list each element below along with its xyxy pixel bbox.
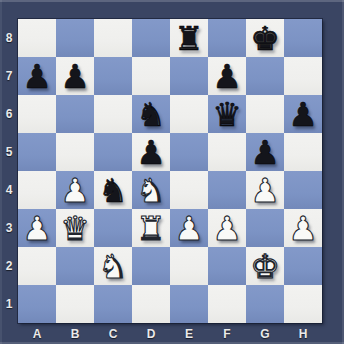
- rank-label-7: 7: [0, 57, 18, 95]
- file-label-c: C: [94, 323, 132, 344]
- white-queen: ♛: [60, 212, 90, 245]
- black-knight: ♞: [136, 98, 166, 131]
- file-label-e: E: [170, 323, 208, 344]
- black-pawn: ♟: [22, 60, 52, 93]
- square-b7[interactable]: ♟: [56, 57, 94, 95]
- square-g8[interactable]: ♚: [246, 19, 284, 57]
- rank-label-2: 2: [0, 247, 18, 285]
- white-king: ♚: [250, 250, 280, 283]
- square-d2[interactable]: [132, 247, 170, 285]
- file-labels: ABCDEFGH: [18, 323, 322, 344]
- rank-label-6: 6: [0, 95, 18, 133]
- square-e6[interactable]: [170, 95, 208, 133]
- file-label-h: H: [284, 323, 322, 344]
- square-a8[interactable]: [18, 19, 56, 57]
- rank-label-5: 5: [0, 133, 18, 171]
- white-knight: ♞: [136, 174, 166, 207]
- square-g7[interactable]: [246, 57, 284, 95]
- square-h8[interactable]: [284, 19, 322, 57]
- square-c4[interactable]: ♞: [94, 171, 132, 209]
- square-b2[interactable]: [56, 247, 94, 285]
- square-f2[interactable]: [208, 247, 246, 285]
- square-f1[interactable]: [208, 285, 246, 323]
- white-rook: ♜: [136, 212, 166, 245]
- square-d8[interactable]: [132, 19, 170, 57]
- square-d5[interactable]: ♟: [132, 133, 170, 171]
- square-b3[interactable]: ♛: [56, 209, 94, 247]
- square-g3[interactable]: [246, 209, 284, 247]
- square-a2[interactable]: [18, 247, 56, 285]
- square-e4[interactable]: [170, 171, 208, 209]
- square-f5[interactable]: [208, 133, 246, 171]
- square-h6[interactable]: ♟: [284, 95, 322, 133]
- square-f6[interactable]: ♛: [208, 95, 246, 133]
- square-f4[interactable]: [208, 171, 246, 209]
- square-d6[interactable]: ♞: [132, 95, 170, 133]
- square-h7[interactable]: [284, 57, 322, 95]
- square-d4[interactable]: ♞: [132, 171, 170, 209]
- white-pawn: ♟: [250, 174, 280, 207]
- square-g5[interactable]: ♟: [246, 133, 284, 171]
- square-h1[interactable]: [284, 285, 322, 323]
- square-g6[interactable]: [246, 95, 284, 133]
- square-a4[interactable]: [18, 171, 56, 209]
- square-e1[interactable]: [170, 285, 208, 323]
- file-label-b: B: [56, 323, 94, 344]
- white-knight: ♞: [98, 250, 128, 283]
- file-label-g: G: [246, 323, 284, 344]
- square-d7[interactable]: [132, 57, 170, 95]
- black-knight: ♞: [98, 174, 128, 207]
- square-e2[interactable]: [170, 247, 208, 285]
- square-e8[interactable]: ♜: [170, 19, 208, 57]
- black-king: ♚: [250, 22, 280, 55]
- black-pawn: ♟: [288, 98, 318, 131]
- square-c7[interactable]: [94, 57, 132, 95]
- square-c8[interactable]: [94, 19, 132, 57]
- white-pawn: ♟: [288, 212, 318, 245]
- white-pawn: ♟: [22, 212, 52, 245]
- rank-label-3: 3: [0, 209, 18, 247]
- square-b8[interactable]: [56, 19, 94, 57]
- square-c1[interactable]: [94, 285, 132, 323]
- file-label-d: D: [132, 323, 170, 344]
- square-d1[interactable]: [132, 285, 170, 323]
- square-f7[interactable]: ♟: [208, 57, 246, 95]
- square-b6[interactable]: [56, 95, 94, 133]
- square-a5[interactable]: [18, 133, 56, 171]
- square-f8[interactable]: [208, 19, 246, 57]
- square-b1[interactable]: [56, 285, 94, 323]
- square-g1[interactable]: [246, 285, 284, 323]
- square-a6[interactable]: [18, 95, 56, 133]
- square-h3[interactable]: ♟: [284, 209, 322, 247]
- rank-label-1: 1: [0, 285, 18, 323]
- file-label-a: A: [18, 323, 56, 344]
- square-b5[interactable]: [56, 133, 94, 171]
- square-e3[interactable]: ♟: [170, 209, 208, 247]
- rank-labels: 87654321: [0, 19, 18, 323]
- rank-label-8: 8: [0, 19, 18, 57]
- square-h4[interactable]: [284, 171, 322, 209]
- square-g4[interactable]: ♟: [246, 171, 284, 209]
- black-rook: ♜: [174, 22, 204, 55]
- board: ♜♚♟♟♟♞♛♟♟♟♟♞♞♟♟♛♜♟♟♟♞♚: [18, 19, 322, 323]
- square-c3[interactable]: [94, 209, 132, 247]
- white-pawn: ♟: [174, 212, 204, 245]
- square-c5[interactable]: [94, 133, 132, 171]
- square-d3[interactable]: ♜: [132, 209, 170, 247]
- black-queen: ♛: [212, 98, 242, 131]
- chess-board-frame: 87654321 ♜♚♟♟♟♞♛♟♟♟♟♞♞♟♟♛♜♟♟♟♞♚ ABCDEFGH: [0, 0, 344, 344]
- square-e7[interactable]: [170, 57, 208, 95]
- square-a3[interactable]: ♟: [18, 209, 56, 247]
- square-e5[interactable]: [170, 133, 208, 171]
- black-pawn: ♟: [60, 60, 90, 93]
- square-f3[interactable]: ♟: [208, 209, 246, 247]
- rank-label-4: 4: [0, 171, 18, 209]
- square-b4[interactable]: ♟: [56, 171, 94, 209]
- black-pawn: ♟: [250, 136, 280, 169]
- square-h2[interactable]: [284, 247, 322, 285]
- square-a7[interactable]: ♟: [18, 57, 56, 95]
- white-pawn: ♟: [60, 174, 90, 207]
- square-c2[interactable]: ♞: [94, 247, 132, 285]
- black-pawn: ♟: [212, 60, 242, 93]
- square-c6[interactable]: [94, 95, 132, 133]
- white-pawn: ♟: [212, 212, 242, 245]
- file-label-f: F: [208, 323, 246, 344]
- square-h5[interactable]: [284, 133, 322, 171]
- square-a1[interactable]: [18, 285, 56, 323]
- square-g2[interactable]: ♚: [246, 247, 284, 285]
- black-pawn: ♟: [136, 136, 166, 169]
